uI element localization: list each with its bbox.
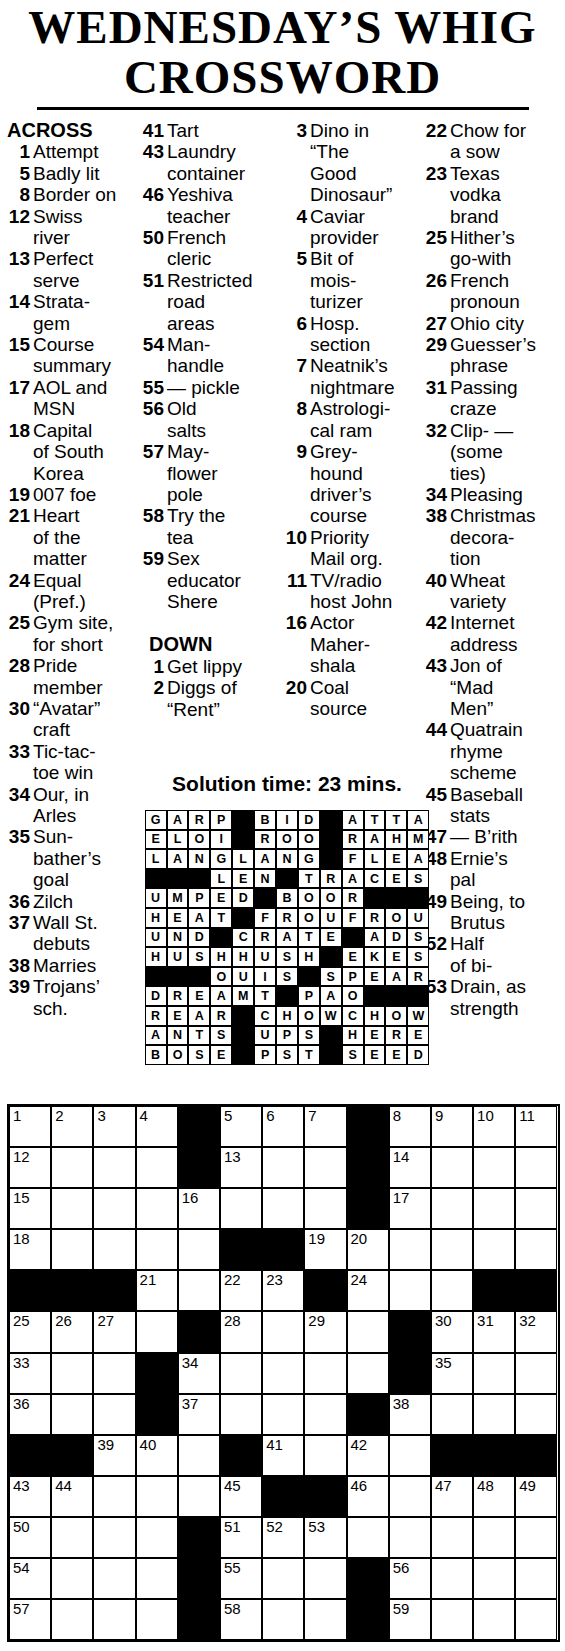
solution-letter-cell: A — [210, 986, 232, 1006]
solution-letter-cell: U — [167, 947, 189, 967]
clue-text: Heart of the matter — [33, 505, 87, 569]
solution-letter-cell: S — [276, 947, 298, 967]
cell-number: 48 — [477, 1478, 494, 1494]
cell-r11c1[interactable]: 50 — [9, 1517, 51, 1558]
cell-r3c7[interactable] — [262, 1188, 304, 1229]
cell-r2c11[interactable] — [431, 1147, 473, 1188]
cell-r11c10[interactable] — [389, 1517, 431, 1558]
cell-r11c8[interactable]: 53 — [304, 1517, 346, 1558]
cell-r12c6[interactable]: 55 — [220, 1558, 262, 1599]
solution-letter-cell: S — [210, 1026, 232, 1046]
clue-text: Jon of “Mad Men” — [450, 655, 502, 719]
solution-letter-cell: M — [407, 830, 429, 850]
cell-r11c6[interactable]: 51 — [220, 1517, 262, 1558]
cell-number: 32 — [519, 1313, 536, 1329]
black-cell — [347, 1599, 389, 1640]
cell-r4c8[interactable]: 19 — [304, 1229, 346, 1270]
solution-letter-cell: H — [276, 1006, 298, 1026]
clue-text: Baseball stats — [450, 784, 523, 826]
solution-grid: GARPBIDATTAELOIROORAHMLANGLANGFLEALENTRA… — [145, 810, 430, 1065]
cell-r6c3[interactable]: 27 — [93, 1311, 135, 1352]
solution-letter-cell: T — [254, 986, 276, 1006]
solution-letter-cell: O — [210, 967, 232, 987]
across-clue-36: 36Zilch — [5, 891, 137, 912]
cell-r8c5[interactable]: 37 — [178, 1394, 220, 1435]
down-clue-11: 11TV/radio host John — [282, 570, 422, 613]
black-cell — [347, 1558, 389, 1599]
clue-text: Texas vodka brand — [450, 163, 501, 227]
cell-r5c6[interactable]: 22 — [220, 1270, 262, 1311]
cell-r3c13[interactable] — [515, 1188, 557, 1229]
solution-letter-cell: S — [407, 947, 429, 967]
cell-r5c7[interactable]: 23 — [262, 1270, 304, 1311]
cell-r6c13[interactable]: 32 — [515, 1311, 557, 1352]
cell-r7c1[interactable]: 33 — [9, 1353, 51, 1394]
clue-number: 42 — [422, 612, 447, 633]
cell-r12c7[interactable] — [262, 1558, 304, 1599]
black-cell — [347, 1188, 389, 1229]
cell-r11c4[interactable] — [136, 1517, 178, 1558]
solution-black-cell — [188, 869, 210, 889]
cell-r9c3[interactable]: 39 — [93, 1435, 135, 1476]
cell-r11c2[interactable] — [51, 1517, 93, 1558]
cell-r6c11[interactable]: 30 — [431, 1311, 473, 1352]
cell-number: 43 — [13, 1478, 30, 1494]
solution-letter-cell: M — [167, 888, 189, 908]
cell-r9c7[interactable]: 41 — [262, 1435, 304, 1476]
cell-r9c10[interactable] — [389, 1435, 431, 1476]
cell-number: 39 — [97, 1437, 114, 1453]
cell-r13c1[interactable]: 57 — [9, 1599, 51, 1640]
cell-r5c9[interactable]: 24 — [347, 1270, 389, 1311]
cell-r8c2[interactable] — [51, 1394, 93, 1435]
clue-text: Zilch — [33, 891, 73, 912]
solution-letter-cell: I — [254, 967, 276, 987]
clue-number: 8 — [282, 398, 307, 419]
cell-r12c4[interactable] — [136, 1558, 178, 1599]
solution-letter-cell: F — [342, 849, 364, 869]
clue-number: 13 — [5, 248, 30, 269]
cell-r1c13[interactable]: 11 — [515, 1106, 557, 1147]
solution-letter-cell: U — [320, 908, 342, 928]
clue-text: Old salts — [167, 398, 206, 440]
cell-r11c3[interactable] — [93, 1517, 135, 1558]
cell-r12c1[interactable]: 54 — [9, 1558, 51, 1599]
cell-r12c12[interactable] — [473, 1558, 515, 1599]
cell-r6c12[interactable]: 31 — [473, 1311, 515, 1352]
solution-letter-cell: A — [188, 908, 210, 928]
solution-letter-cell: A — [167, 849, 189, 869]
solution-black-cell — [232, 908, 254, 928]
cell-r6c2[interactable]: 26 — [51, 1311, 93, 1352]
cell-r3c11[interactable] — [431, 1188, 473, 1229]
solution-letter-cell: C — [254, 1006, 276, 1026]
crossword-page: WEDNESDAY’S WHIG CROSSWORD ACROSS 1Attem… — [0, 0, 565, 1651]
solution-letter-cell: D — [385, 928, 407, 948]
solution-letter-cell: S — [276, 967, 298, 987]
cell-r1c7[interactable]: 6 — [262, 1106, 304, 1147]
cell-r10c3[interactable] — [93, 1476, 135, 1517]
across-clue-37: 37Wall St. debuts — [5, 912, 137, 955]
solution-black-cell — [232, 1006, 254, 1026]
cell-r10c13[interactable]: 49 — [515, 1476, 557, 1517]
solution-black-cell — [320, 947, 342, 967]
cell-r2c8[interactable] — [304, 1147, 346, 1188]
down-clue-22: 22Chow for a sow — [422, 120, 565, 163]
cell-r7c9[interactable] — [347, 1353, 389, 1394]
clue-number: 37 — [5, 912, 30, 933]
solution-letter-cell: A — [167, 810, 189, 830]
cell-r7c12[interactable] — [473, 1353, 515, 1394]
cell-r3c1[interactable]: 15 — [9, 1188, 51, 1229]
black-cell — [304, 1476, 346, 1517]
solution-letter-cell: H — [145, 908, 167, 928]
cell-r8c8[interactable] — [304, 1394, 346, 1435]
cell-r7c13[interactable] — [515, 1353, 557, 1394]
solution-black-cell — [232, 830, 254, 850]
cell-r8c1[interactable]: 36 — [9, 1394, 51, 1435]
cell-r13c2[interactable] — [51, 1599, 93, 1640]
cell-r10c6[interactable]: 45 — [220, 1476, 262, 1517]
cell-r12c2[interactable] — [51, 1558, 93, 1599]
across-clue-54: 54Man- handle — [139, 334, 281, 377]
clue-text: Caviar provider — [310, 206, 379, 248]
cell-r3c5[interactable]: 16 — [178, 1188, 220, 1229]
cell-number: 10 — [477, 1108, 494, 1124]
cell-r4c11[interactable] — [431, 1229, 473, 1270]
solution-letter-cell: R — [342, 888, 364, 908]
solution-black-cell — [407, 888, 429, 908]
cell-r6c8[interactable]: 29 — [304, 1311, 346, 1352]
cell-r2c6[interactable]: 13 — [220, 1147, 262, 1188]
cell-r3c6[interactable] — [220, 1188, 262, 1229]
clue-number: 12 — [5, 206, 30, 227]
down-clue-27: 27Ohio city — [422, 313, 565, 334]
cell-r6c4[interactable] — [136, 1311, 178, 1352]
solution-letter-cell: N — [167, 1026, 189, 1046]
cell-r4c5[interactable] — [178, 1229, 220, 1270]
cell-number: 2 — [55, 1108, 63, 1124]
cell-r7c8[interactable] — [304, 1353, 346, 1394]
cell-r7c5[interactable]: 34 — [178, 1353, 220, 1394]
cell-r12c8[interactable] — [304, 1558, 346, 1599]
clue-number: 44 — [422, 719, 447, 740]
cell-r12c10[interactable]: 56 — [389, 1558, 431, 1599]
down-clue-42: 42Internet address — [422, 612, 565, 655]
across-clue-24: 24Equal (Pref.) — [5, 570, 137, 613]
cell-r7c11[interactable]: 35 — [431, 1353, 473, 1394]
clue-text: Pride member — [33, 655, 103, 697]
cell-r7c3[interactable] — [93, 1353, 135, 1394]
cell-r4c10[interactable] — [389, 1229, 431, 1270]
solution-letter-cell: T — [298, 1045, 320, 1065]
cell-number: 45 — [224, 1478, 241, 1494]
cell-r13c8[interactable] — [304, 1599, 346, 1640]
clue-number: 35 — [5, 826, 30, 847]
cell-r5c11[interactable] — [431, 1270, 473, 1311]
cell-r11c11[interactable] — [431, 1517, 473, 1558]
cell-r3c2[interactable] — [51, 1188, 93, 1229]
solution-letter-cell: S — [276, 1045, 298, 1065]
cell-r2c2[interactable] — [51, 1147, 93, 1188]
cell-r13c7[interactable] — [262, 1599, 304, 1640]
cell-r10c10[interactable] — [389, 1476, 431, 1517]
solution-letter-cell: A — [320, 986, 342, 1006]
cell-r11c9[interactable] — [347, 1517, 389, 1558]
solution-letter-cell: O — [298, 1006, 320, 1026]
black-cell — [178, 1147, 220, 1188]
cell-r5c5[interactable] — [178, 1270, 220, 1311]
cell-r7c7[interactable] — [262, 1353, 304, 1394]
solution-letter-cell: C — [342, 1006, 364, 1026]
cell-r4c2[interactable] — [51, 1229, 93, 1270]
clue-number: 2 — [139, 677, 164, 698]
solution-letter-cell: R — [276, 908, 298, 928]
cell-r13c12[interactable] — [473, 1599, 515, 1640]
clue-text: Our, in Arles — [33, 784, 89, 826]
cell-number: 54 — [13, 1560, 30, 1576]
solution-letter-cell: E — [167, 908, 189, 928]
cell-r10c2[interactable]: 44 — [51, 1476, 93, 1517]
across-clue-18: 18Capital of South Korea — [5, 420, 137, 484]
cell-r1c6[interactable]: 5 — [220, 1106, 262, 1147]
cell-r3c3[interactable] — [93, 1188, 135, 1229]
solution-letter-cell: L — [364, 849, 386, 869]
solution-letter-cell: B — [254, 810, 276, 830]
black-cell — [347, 1106, 389, 1147]
across-clue-50: 50French cleric — [139, 227, 281, 270]
solution-black-cell — [320, 810, 342, 830]
clue-text: Yeshiva teacher — [167, 184, 233, 226]
black-cell — [220, 1435, 262, 1476]
cell-r13c11[interactable] — [431, 1599, 473, 1640]
black-cell — [178, 1517, 220, 1558]
clue-text: Tic-tac- toe win — [33, 741, 96, 783]
cell-number: 7 — [308, 1108, 316, 1124]
page-title-line1: WEDNESDAY’S WHIG — [0, 2, 565, 52]
cell-r2c3[interactable] — [93, 1147, 135, 1188]
solution-letter-cell: A — [407, 810, 429, 830]
cell-r11c7[interactable]: 52 — [262, 1517, 304, 1558]
cell-r11c12[interactable] — [473, 1517, 515, 1558]
cell-r1c11[interactable]: 9 — [431, 1106, 473, 1147]
solution-black-cell — [342, 928, 364, 948]
solution-letter-cell: P — [298, 986, 320, 1006]
cell-number: 30 — [435, 1313, 452, 1329]
down-clue-10: 10Priority Mail org. — [282, 527, 422, 570]
cell-r9c8[interactable] — [304, 1435, 346, 1476]
solution-letter-cell: A — [276, 928, 298, 948]
clue-number: 50 — [139, 227, 164, 248]
solution-letter-cell: F — [342, 908, 364, 928]
cell-r12c3[interactable] — [93, 1558, 135, 1599]
down-clue-4: 4Caviar provider — [282, 206, 422, 249]
across-clue-17: 17AOL and MSN — [5, 377, 137, 420]
cell-r1c1[interactable]: 1 — [9, 1106, 51, 1147]
clue-number: 43 — [139, 141, 164, 162]
cell-r10c11[interactable]: 47 — [431, 1476, 473, 1517]
across-clue-35: 35Sun- bather’s goal — [5, 826, 137, 890]
cell-r8c11[interactable] — [431, 1394, 473, 1435]
cell-r6c9[interactable] — [347, 1311, 389, 1352]
cell-r4c4[interactable] — [136, 1229, 178, 1270]
cell-r1c3[interactable]: 3 — [93, 1106, 135, 1147]
cell-r4c3[interactable] — [93, 1229, 135, 1270]
solution-black-cell — [145, 967, 167, 987]
black-cell — [389, 1311, 431, 1352]
cell-r2c13[interactable] — [515, 1147, 557, 1188]
cell-number: 42 — [351, 1437, 368, 1453]
clue-text: Gym site, for short — [33, 612, 113, 654]
cell-r3c10[interactable]: 17 — [389, 1188, 431, 1229]
cell-r11c13[interactable] — [515, 1517, 557, 1558]
solution-letter-cell: E — [210, 1045, 232, 1065]
clue-number: 19 — [5, 484, 30, 505]
cell-r1c2[interactable]: 2 — [51, 1106, 93, 1147]
cell-number: 6 — [266, 1108, 274, 1124]
cell-number: 59 — [393, 1601, 410, 1617]
solution-letter-cell: E — [385, 1045, 407, 1065]
solution-letter-cell: O — [385, 1006, 407, 1026]
cell-r8c7[interactable] — [262, 1394, 304, 1435]
puzzle-grid: 1234567891011121314151617181920212223242… — [7, 1104, 560, 1642]
solution-letter-cell: R — [167, 986, 189, 1006]
cell-r4c12[interactable] — [473, 1229, 515, 1270]
clue-number: 23 — [422, 163, 447, 184]
cell-r12c13[interactable] — [515, 1558, 557, 1599]
cell-r10c9[interactable]: 46 — [347, 1476, 389, 1517]
cell-r8c6[interactable] — [220, 1394, 262, 1435]
solution-letter-cell: S — [342, 1045, 364, 1065]
cell-r13c4[interactable] — [136, 1599, 178, 1640]
cell-r10c4[interactable] — [136, 1476, 178, 1517]
cell-r12c11[interactable] — [431, 1558, 473, 1599]
cell-r3c4[interactable] — [136, 1188, 178, 1229]
cell-r4c9[interactable]: 20 — [347, 1229, 389, 1270]
solution-black-cell — [407, 986, 429, 1006]
cell-r2c12[interactable] — [473, 1147, 515, 1188]
cell-r9c5[interactable] — [178, 1435, 220, 1476]
clue-text: French pronoun — [450, 270, 520, 312]
solution-letter-cell: N — [188, 849, 210, 869]
cell-r2c1[interactable]: 12 — [9, 1147, 51, 1188]
cell-r7c2[interactable] — [51, 1353, 93, 1394]
clue-text: Pleasing — [450, 484, 523, 505]
cell-r1c12[interactable]: 10 — [473, 1106, 515, 1147]
black-cell — [347, 1147, 389, 1188]
solution-letter-cell: W — [407, 1006, 429, 1026]
cell-number: 29 — [308, 1313, 325, 1329]
cell-r6c1[interactable]: 25 — [9, 1311, 51, 1352]
clue-number: 43 — [422, 655, 447, 676]
cell-r13c10[interactable]: 59 — [389, 1599, 431, 1640]
across-clue-5: 5Badly lit — [5, 163, 137, 184]
cell-r13c13[interactable] — [515, 1599, 557, 1640]
solution-letter-cell: U — [232, 967, 254, 987]
cell-r9c9[interactable]: 42 — [347, 1435, 389, 1476]
cell-r8c3[interactable] — [93, 1394, 135, 1435]
black-cell — [220, 1229, 262, 1270]
solution-black-cell — [320, 849, 342, 869]
cell-r8c13[interactable] — [515, 1394, 557, 1435]
solution-letter-cell: E — [232, 869, 254, 889]
down-clue-47: 47— B’rith — [422, 826, 565, 847]
cell-r2c10[interactable]: 14 — [389, 1147, 431, 1188]
clue-text: — B’rith — [450, 826, 518, 847]
down-clue-49: 49Being, to Brutus — [422, 891, 565, 934]
clue-number: 4 — [282, 206, 307, 227]
cell-r5c4[interactable]: 21 — [136, 1270, 178, 1311]
black-cell — [473, 1270, 515, 1311]
black-cell — [136, 1394, 178, 1435]
solution-letter-cell: K — [364, 947, 386, 967]
across-clue-46: 46Yeshiva teacher — [139, 184, 281, 227]
cell-r10c1[interactable]: 43 — [9, 1476, 51, 1517]
cell-r2c7[interactable] — [262, 1147, 304, 1188]
cell-r6c7[interactable] — [262, 1311, 304, 1352]
clue-text: Actor Maher- shala — [310, 612, 370, 676]
cell-r9c4[interactable]: 40 — [136, 1435, 178, 1476]
cell-r13c6[interactable]: 58 — [220, 1599, 262, 1640]
clues-column-1: ACROSS 1Attempt 5Badly lit 8Border on 12… — [5, 120, 137, 1019]
cell-r8c12[interactable] — [473, 1394, 515, 1435]
solution-letter-cell: E — [364, 967, 386, 987]
solution-black-cell — [232, 1026, 254, 1046]
solution-letter-cell: G — [210, 849, 232, 869]
solution-letter-cell: F — [254, 908, 276, 928]
cell-r8c10[interactable]: 38 — [389, 1394, 431, 1435]
solution-black-cell — [145, 869, 167, 889]
solution-letter-cell: O — [298, 908, 320, 928]
cell-r3c12[interactable] — [473, 1188, 515, 1229]
cell-r3c8[interactable] — [304, 1188, 346, 1229]
clue-text: Chow for a sow — [450, 120, 526, 162]
solution-letter-cell: E — [210, 888, 232, 908]
clue-number: 32 — [422, 420, 447, 441]
solution-letter-cell: A — [364, 928, 386, 948]
cell-r10c5[interactable] — [178, 1476, 220, 1517]
cell-number: 35 — [435, 1355, 452, 1371]
solution-letter-cell: T — [298, 928, 320, 948]
cell-r13c3[interactable] — [93, 1599, 135, 1640]
down-clue-20: 20Coal source — [282, 677, 422, 720]
solution-letter-cell: A — [342, 869, 364, 889]
cell-r7c6[interactable] — [220, 1353, 262, 1394]
solution-letter-cell: P — [254, 1045, 276, 1065]
clues-section: ACROSS 1Attempt 5Badly lit 8Border on 12… — [0, 120, 565, 1050]
clue-text: Man- handle — [167, 334, 224, 376]
black-cell — [431, 1435, 473, 1476]
clue-text: Attempt — [33, 141, 98, 162]
solution-letter-cell: N — [276, 849, 298, 869]
cell-r1c10[interactable]: 8 — [389, 1106, 431, 1147]
cell-r1c8[interactable]: 7 — [304, 1106, 346, 1147]
solution-letter-cell: R — [188, 810, 210, 830]
cell-r6c6[interactable]: 28 — [220, 1311, 262, 1352]
cell-r2c4[interactable] — [136, 1147, 178, 1188]
solution-letter-cell: R — [145, 1006, 167, 1026]
across-clue-51: 51Restricted road areas — [139, 270, 281, 334]
cell-number: 16 — [182, 1190, 199, 1206]
cell-r5c10[interactable] — [389, 1270, 431, 1311]
clue-text: Trojans’ sch. — [33, 976, 100, 1018]
cell-r1c4[interactable]: 4 — [136, 1106, 178, 1147]
cell-r4c13[interactable] — [515, 1229, 557, 1270]
clue-text: Wheat variety — [450, 570, 506, 612]
cell-r4c1[interactable]: 18 — [9, 1229, 51, 1270]
cell-r10c12[interactable]: 48 — [473, 1476, 515, 1517]
solution-letter-cell: E — [342, 947, 364, 967]
